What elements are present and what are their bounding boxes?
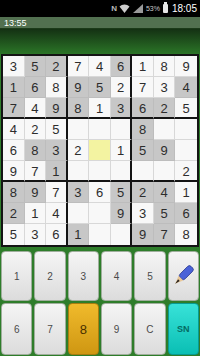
- cell-r8c8[interactable]: 5: [154, 203, 176, 224]
- keypad-row-2: 6789CSN: [0, 303, 200, 355]
- cell-r6c9[interactable]: 2: [175, 161, 197, 182]
- keypad-row-1: 12345: [0, 251, 200, 301]
- cell-r5c3[interactable]: 3: [46, 140, 68, 161]
- cell-r1c7[interactable]: 1: [132, 56, 154, 77]
- cell-r9c6[interactable]: [111, 224, 133, 245]
- cell-r3c2[interactable]: 4: [25, 98, 47, 119]
- cell-r3c4[interactable]: 8: [68, 98, 90, 119]
- cell-r6c4[interactable]: [68, 161, 90, 182]
- cell-r8c6[interactable]: 9: [111, 203, 133, 224]
- cell-r6c8[interactable]: [154, 161, 176, 182]
- cell-r6c3[interactable]: 1: [46, 161, 68, 182]
- cell-r8c2[interactable]: 1: [25, 203, 47, 224]
- cell-r7c6[interactable]: 5: [111, 182, 133, 203]
- cell-r3c6[interactable]: 3: [111, 98, 133, 119]
- cell-r1c9[interactable]: 9: [175, 56, 197, 77]
- cell-r8c7[interactable]: 3: [132, 203, 154, 224]
- cell-r5c5[interactable]: [89, 140, 111, 161]
- cell-r2c3[interactable]: 8: [46, 77, 68, 98]
- cell-r4c2[interactable]: 2: [25, 119, 47, 140]
- key-pencil[interactable]: [168, 251, 199, 301]
- battery-percent: 53%: [146, 5, 160, 12]
- cell-r7c4[interactable]: 3: [68, 182, 90, 203]
- cell-r1c8[interactable]: 8: [154, 56, 176, 77]
- cell-r5c4[interactable]: 2: [68, 140, 90, 161]
- cell-r9c8[interactable]: 7: [154, 224, 176, 245]
- cell-r7c5[interactable]: 6: [89, 182, 111, 203]
- key-sn[interactable]: SN: [168, 303, 199, 355]
- cell-r2c2[interactable]: 6: [25, 77, 47, 98]
- cell-r4c5[interactable]: [89, 119, 111, 140]
- key-9[interactable]: 9: [101, 303, 132, 355]
- cell-r1c6[interactable]: 6: [111, 56, 133, 77]
- cell-r6c6[interactable]: [111, 161, 133, 182]
- key-5[interactable]: 5: [134, 251, 165, 301]
- key-4[interactable]: 4: [101, 251, 132, 301]
- cell-r3c3[interactable]: 9: [46, 98, 68, 119]
- cell-r9c4[interactable]: 1: [68, 224, 90, 245]
- cell-r8c4[interactable]: [68, 203, 90, 224]
- cell-r9c7[interactable]: 9: [132, 224, 154, 245]
- cell-r9c9[interactable]: 8: [175, 224, 197, 245]
- header-spacer: [0, 29, 200, 54]
- nfc-icon: N: [111, 4, 116, 13]
- cell-r4c3[interactable]: 5: [46, 119, 68, 140]
- cell-r5c7[interactable]: 5: [132, 140, 154, 161]
- pencil-icon: [170, 263, 196, 289]
- game-timer: 13:55: [4, 17, 27, 29]
- cell-r4c6[interactable]: [111, 119, 133, 140]
- cell-r5c2[interactable]: 8: [25, 140, 47, 161]
- cell-r4c9[interactable]: [175, 119, 197, 140]
- cell-r1c5[interactable]: 4: [89, 56, 111, 77]
- cell-r8c5[interactable]: [89, 203, 111, 224]
- cell-r7c8[interactable]: 4: [154, 182, 176, 203]
- cell-r7c1[interactable]: 8: [3, 182, 25, 203]
- header-bar: 13:55: [0, 17, 200, 29]
- cell-r4c4[interactable]: [68, 119, 90, 140]
- cell-r4c8[interactable]: [154, 119, 176, 140]
- cell-r6c7[interactable]: [132, 161, 154, 182]
- key-3[interactable]: 3: [68, 251, 99, 301]
- cell-r6c2[interactable]: 7: [25, 161, 47, 182]
- cell-r7c7[interactable]: 2: [132, 182, 154, 203]
- cell-r2c9[interactable]: 4: [175, 77, 197, 98]
- cell-r4c7[interactable]: 8: [132, 119, 154, 140]
- cell-r1c3[interactable]: 2: [46, 56, 68, 77]
- cell-r1c2[interactable]: 5: [25, 56, 47, 77]
- key-8[interactable]: 8: [68, 303, 99, 355]
- cell-r3c9[interactable]: 5: [175, 98, 197, 119]
- key-2[interactable]: 2: [34, 251, 65, 301]
- cell-r5c9[interactable]: [175, 140, 197, 161]
- cell-r7c3[interactable]: 7: [46, 182, 68, 203]
- sudoku-board: 3527461891689527347498136254258683215997…: [1, 54, 199, 247]
- cell-r3c8[interactable]: 2: [154, 98, 176, 119]
- cell-r9c3[interactable]: 6: [46, 224, 68, 245]
- cell-r2c6[interactable]: 2: [111, 77, 133, 98]
- cell-r5c1[interactable]: 6: [3, 140, 25, 161]
- wifi-icon: [119, 4, 130, 13]
- cell-r3c7[interactable]: 6: [132, 98, 154, 119]
- cell-r2c5[interactable]: 5: [89, 77, 111, 98]
- cell-r6c5[interactable]: [89, 161, 111, 182]
- cell-r3c5[interactable]: 1: [89, 98, 111, 119]
- cell-r3c1[interactable]: 7: [3, 98, 25, 119]
- cell-r1c1[interactable]: 3: [3, 56, 25, 77]
- key-clear[interactable]: C: [134, 303, 165, 355]
- status-bar: N 53% 18:05: [0, 0, 200, 17]
- cell-r9c1[interactable]: 5: [3, 224, 25, 245]
- cell-r2c7[interactable]: 7: [132, 77, 154, 98]
- cell-r7c2[interactable]: 9: [25, 182, 47, 203]
- cell-r8c9[interactable]: 6: [175, 203, 197, 224]
- cell-r5c6[interactable]: 1: [111, 140, 133, 161]
- cell-r2c4[interactable]: 9: [68, 77, 90, 98]
- cell-r9c5[interactable]: [89, 224, 111, 245]
- key-6[interactable]: 6: [1, 303, 32, 355]
- cell-r6c1[interactable]: 9: [3, 161, 25, 182]
- cell-r2c8[interactable]: 3: [154, 77, 176, 98]
- cell-r1c4[interactable]: 7: [68, 56, 90, 77]
- cell-r8c3[interactable]: 4: [46, 203, 68, 224]
- battery-icon: [163, 4, 168, 13]
- cell-r7c9[interactable]: 1: [175, 182, 197, 203]
- signal-icon: [133, 4, 143, 13]
- cell-r5c8[interactable]: 9: [154, 140, 176, 161]
- key-7[interactable]: 7: [34, 303, 65, 355]
- cell-r9c2[interactable]: 3: [25, 224, 47, 245]
- cell-r4c1[interactable]: 4: [3, 119, 25, 140]
- cell-r8c1[interactable]: 2: [3, 203, 25, 224]
- cell-r2c1[interactable]: 1: [3, 77, 25, 98]
- key-1[interactable]: 1: [1, 251, 32, 301]
- status-time: 18:05: [172, 3, 197, 14]
